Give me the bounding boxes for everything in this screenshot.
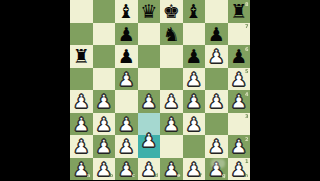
square-c5[interactable]: ♟ xyxy=(115,68,138,91)
black-pawn[interactable]: ♟ xyxy=(115,23,138,46)
black-bishop[interactable]: ♝ xyxy=(183,0,206,23)
black-pawn[interactable]: ♟ xyxy=(205,23,228,46)
square-h4[interactable]: ♟ xyxy=(228,90,251,113)
square-f5[interactable]: ♟ xyxy=(183,68,206,91)
white-pawn[interactable]: ♟ xyxy=(205,90,228,113)
white-pawn[interactable]: ♟ xyxy=(183,113,206,136)
square-e5[interactable] xyxy=(160,68,183,91)
square-g5[interactable] xyxy=(205,68,228,91)
square-c4[interactable] xyxy=(115,90,138,113)
square-b8[interactable] xyxy=(93,0,116,23)
square-d5[interactable] xyxy=(138,68,161,91)
white-pawn[interactable]: ♟ xyxy=(70,113,93,136)
square-b3[interactable]: ♟ xyxy=(93,113,116,136)
square-d6[interactable] xyxy=(138,45,161,68)
square-e7[interactable]: ♞ xyxy=(160,23,183,46)
white-pawn-moving[interactable]: ♟ xyxy=(138,129,161,152)
white-pawn[interactable]: ♟ xyxy=(183,68,206,91)
white-pawn[interactable]: ♟ xyxy=(115,68,138,91)
square-h2[interactable]: ♟ xyxy=(228,135,251,158)
white-pawn[interactable]: ♟ xyxy=(205,135,228,158)
white-pawn[interactable]: ♟ xyxy=(228,158,251,181)
square-h5[interactable]: ♟ xyxy=(228,68,251,91)
black-pawn[interactable]: ♟ xyxy=(228,45,251,68)
black-pawn[interactable]: ♟ xyxy=(183,45,206,68)
square-d4[interactable]: ♟ xyxy=(138,90,161,113)
white-pawn[interactable]: ♟ xyxy=(228,90,251,113)
square-b6[interactable] xyxy=(93,45,116,68)
square-d8[interactable]: ♛ xyxy=(138,0,161,23)
square-d7[interactable] xyxy=(138,23,161,46)
square-c1[interactable]: ♟ xyxy=(115,158,138,181)
black-rook[interactable]: ♜ xyxy=(228,0,251,23)
square-a8[interactable] xyxy=(70,0,93,23)
square-h3[interactable] xyxy=(228,113,251,136)
square-g6[interactable]: ♟ xyxy=(205,45,228,68)
square-f7[interactable] xyxy=(183,23,206,46)
white-pawn[interactable]: ♟ xyxy=(115,158,138,181)
square-e4[interactable]: ♟ xyxy=(160,90,183,113)
black-rook[interactable]: ♜ xyxy=(70,45,93,68)
square-c8[interactable]: ♝ xyxy=(115,0,138,23)
square-a5[interactable] xyxy=(70,68,93,91)
white-pawn[interactable]: ♟ xyxy=(93,90,116,113)
watermark-artifact xyxy=(211,159,225,168)
white-pawn[interactable]: ♟ xyxy=(228,135,251,158)
square-g4[interactable]: ♟ xyxy=(205,90,228,113)
square-a4[interactable]: ♟ xyxy=(70,90,93,113)
letterbox-left xyxy=(0,0,70,180)
chess-board[interactable]: ♝♛♚♝♜♟♞♟♜♟♟♟♟♟♟♟♟♟♟♟♟♟♟♟♟♟♟♟♟♟♟♟♟♟♟♟♟♟♟♟… xyxy=(70,0,250,180)
square-b4[interactable]: ♟ xyxy=(93,90,116,113)
white-pawn[interactable]: ♟ xyxy=(228,68,251,91)
square-h8[interactable]: ♜ xyxy=(228,0,251,23)
square-b2[interactable]: ♟ xyxy=(93,135,116,158)
black-queen[interactable]: ♛ xyxy=(138,0,161,23)
black-knight[interactable]: ♞ xyxy=(160,23,183,46)
square-c2[interactable]: ♟ xyxy=(115,135,138,158)
square-h1[interactable]: ♟ xyxy=(228,158,251,181)
square-f4[interactable]: ♟ xyxy=(183,90,206,113)
square-a3[interactable]: ♟ xyxy=(70,113,93,136)
square-f8[interactable]: ♝ xyxy=(183,0,206,23)
square-b5[interactable] xyxy=(93,68,116,91)
white-pawn[interactable]: ♟ xyxy=(160,113,183,136)
square-g8[interactable] xyxy=(205,0,228,23)
white-pawn[interactable]: ♟ xyxy=(205,45,228,68)
square-e1[interactable]: ♟ xyxy=(160,158,183,181)
black-king[interactable]: ♚ xyxy=(160,0,183,23)
white-pawn[interactable]: ♟ xyxy=(183,90,206,113)
white-pawn[interactable]: ♟ xyxy=(138,158,161,181)
square-c6[interactable]: ♟ xyxy=(115,45,138,68)
white-pawn[interactable]: ♟ xyxy=(70,135,93,158)
square-g7[interactable]: ♟ xyxy=(205,23,228,46)
square-b1[interactable]: ♟ xyxy=(93,158,116,181)
square-e8[interactable]: ♚ xyxy=(160,0,183,23)
white-pawn[interactable]: ♟ xyxy=(70,90,93,113)
square-f6[interactable]: ♟ xyxy=(183,45,206,68)
square-e3[interactable]: ♟ xyxy=(160,113,183,136)
square-d1[interactable]: ♟ xyxy=(138,158,161,181)
square-g2[interactable]: ♟ xyxy=(205,135,228,158)
square-a2[interactable]: ♟ xyxy=(70,135,93,158)
square-f2[interactable] xyxy=(183,135,206,158)
square-f3[interactable]: ♟ xyxy=(183,113,206,136)
square-g3[interactable] xyxy=(205,113,228,136)
square-h6[interactable]: ♟ xyxy=(228,45,251,68)
square-e2[interactable] xyxy=(160,135,183,158)
square-a7[interactable] xyxy=(70,23,93,46)
white-pawn[interactable]: ♟ xyxy=(183,158,206,181)
white-pawn[interactable]: ♟ xyxy=(138,90,161,113)
square-h7[interactable] xyxy=(228,23,251,46)
letterbox-right xyxy=(250,0,320,180)
square-e6[interactable] xyxy=(160,45,183,68)
white-pawn[interactable]: ♟ xyxy=(115,135,138,158)
black-bishop[interactable]: ♝ xyxy=(115,0,138,23)
white-pawn[interactable]: ♟ xyxy=(93,158,116,181)
white-pawn[interactable]: ♟ xyxy=(93,113,116,136)
white-pawn[interactable]: ♟ xyxy=(160,158,183,181)
square-a6[interactable]: ♜ xyxy=(70,45,93,68)
white-pawn[interactable]: ♟ xyxy=(70,158,93,181)
square-b7[interactable] xyxy=(93,23,116,46)
square-a1[interactable]: ♟ xyxy=(70,158,93,181)
black-pawn[interactable]: ♟ xyxy=(115,45,138,68)
white-pawn[interactable]: ♟ xyxy=(160,90,183,113)
square-f1[interactable]: ♟ xyxy=(183,158,206,181)
square-c3[interactable]: ♟ xyxy=(115,113,138,136)
white-pawn[interactable]: ♟ xyxy=(115,113,138,136)
white-pawn[interactable]: ♟ xyxy=(93,135,116,158)
square-c7[interactable]: ♟ xyxy=(115,23,138,46)
